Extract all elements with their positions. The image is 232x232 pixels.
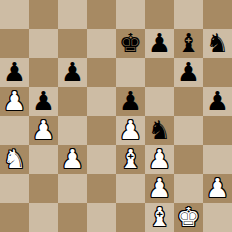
square-f6[interactable] xyxy=(145,58,174,87)
square-b2[interactable] xyxy=(29,174,58,203)
black-pawn-piece: ♟ xyxy=(177,58,200,87)
square-a6[interactable]: ♟ xyxy=(0,58,29,87)
square-g1[interactable]: ♚ xyxy=(174,203,203,232)
square-c2[interactable] xyxy=(58,174,87,203)
white-bishop-piece: ♝ xyxy=(148,203,171,232)
square-a2[interactable] xyxy=(0,174,29,203)
white-pawn-piece: ♟ xyxy=(3,87,26,116)
black-knight-piece: ♞ xyxy=(148,116,171,145)
square-f3[interactable]: ♟ xyxy=(145,145,174,174)
square-f4[interactable]: ♞ xyxy=(145,116,174,145)
square-h1[interactable] xyxy=(203,203,232,232)
black-knight-piece: ♞ xyxy=(206,29,229,58)
square-f5[interactable] xyxy=(145,87,174,116)
white-pawn-piece: ♟ xyxy=(119,116,142,145)
square-d5[interactable] xyxy=(87,87,116,116)
square-c4[interactable] xyxy=(58,116,87,145)
white-pawn-piece: ♟ xyxy=(148,145,171,174)
black-bishop-piece: ♝ xyxy=(177,29,200,58)
square-e7[interactable]: ♚ xyxy=(116,29,145,58)
square-g5[interactable] xyxy=(174,87,203,116)
square-g2[interactable] xyxy=(174,174,203,203)
square-b3[interactable] xyxy=(29,145,58,174)
white-knight-piece: ♞ xyxy=(3,145,26,174)
square-h8[interactable] xyxy=(203,0,232,29)
black-king-piece: ♚ xyxy=(119,29,142,58)
square-c6[interactable]: ♟ xyxy=(58,58,87,87)
white-bishop-piece: ♝ xyxy=(119,145,142,174)
square-a5[interactable]: ♟ xyxy=(0,87,29,116)
square-g4[interactable] xyxy=(174,116,203,145)
white-king-piece: ♚ xyxy=(177,203,200,232)
white-pawn-piece: ♟ xyxy=(32,116,55,145)
square-c5[interactable] xyxy=(58,87,87,116)
white-pawn-piece: ♟ xyxy=(206,174,229,203)
square-a3[interactable]: ♞ xyxy=(0,145,29,174)
square-h7[interactable]: ♞ xyxy=(203,29,232,58)
square-f8[interactable] xyxy=(145,0,174,29)
square-e2[interactable] xyxy=(116,174,145,203)
square-b8[interactable] xyxy=(29,0,58,29)
chess-board: ♚♟♝♞♟♟♟♟♟♟♟♟♟♞♞♟♝♟♟♟♝♚ xyxy=(0,0,232,232)
square-g3[interactable] xyxy=(174,145,203,174)
square-a1[interactable] xyxy=(0,203,29,232)
square-d6[interactable] xyxy=(87,58,116,87)
black-pawn-piece: ♟ xyxy=(206,87,229,116)
white-pawn-piece: ♟ xyxy=(148,174,171,203)
square-g7[interactable]: ♝ xyxy=(174,29,203,58)
square-a8[interactable] xyxy=(0,0,29,29)
square-b5[interactable]: ♟ xyxy=(29,87,58,116)
square-e8[interactable] xyxy=(116,0,145,29)
square-d8[interactable] xyxy=(87,0,116,29)
square-g6[interactable]: ♟ xyxy=(174,58,203,87)
square-b7[interactable] xyxy=(29,29,58,58)
white-pawn-piece: ♟ xyxy=(61,145,84,174)
square-e3[interactable]: ♝ xyxy=(116,145,145,174)
square-b6[interactable] xyxy=(29,58,58,87)
square-f2[interactable]: ♟ xyxy=(145,174,174,203)
square-h5[interactable]: ♟ xyxy=(203,87,232,116)
square-a7[interactable] xyxy=(0,29,29,58)
square-c7[interactable] xyxy=(58,29,87,58)
square-h4[interactable] xyxy=(203,116,232,145)
square-c8[interactable] xyxy=(58,0,87,29)
square-f7[interactable]: ♟ xyxy=(145,29,174,58)
square-e4[interactable]: ♟ xyxy=(116,116,145,145)
square-c3[interactable]: ♟ xyxy=(58,145,87,174)
square-h6[interactable] xyxy=(203,58,232,87)
square-d4[interactable] xyxy=(87,116,116,145)
square-d7[interactable] xyxy=(87,29,116,58)
square-d1[interactable] xyxy=(87,203,116,232)
square-e6[interactable] xyxy=(116,58,145,87)
square-a4[interactable] xyxy=(0,116,29,145)
square-d2[interactable] xyxy=(87,174,116,203)
square-d3[interactable] xyxy=(87,145,116,174)
square-h2[interactable]: ♟ xyxy=(203,174,232,203)
black-pawn-piece: ♟ xyxy=(148,29,171,58)
square-c1[interactable] xyxy=(58,203,87,232)
black-pawn-piece: ♟ xyxy=(119,87,142,116)
square-e1[interactable] xyxy=(116,203,145,232)
square-h3[interactable] xyxy=(203,145,232,174)
square-b1[interactable] xyxy=(29,203,58,232)
square-g8[interactable] xyxy=(174,0,203,29)
square-f1[interactable]: ♝ xyxy=(145,203,174,232)
square-e5[interactable]: ♟ xyxy=(116,87,145,116)
black-pawn-piece: ♟ xyxy=(3,58,26,87)
black-pawn-piece: ♟ xyxy=(32,87,55,116)
black-pawn-piece: ♟ xyxy=(61,58,84,87)
square-b4[interactable]: ♟ xyxy=(29,116,58,145)
